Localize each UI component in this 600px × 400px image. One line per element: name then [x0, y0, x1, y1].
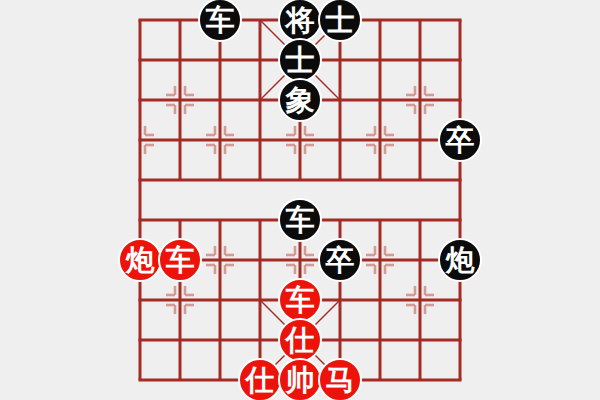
black-advisor[interactable]: 士	[278, 38, 322, 82]
red-horse[interactable]: 马	[318, 358, 362, 400]
black-chariot[interactable]: 车	[278, 198, 322, 242]
red-general[interactable]: 帅	[278, 358, 322, 400]
xiangqi-screenshot: 车将士士象卒车卒炮炮车车仕仕帅马	[0, 0, 600, 400]
black-elephant[interactable]: 象	[278, 78, 322, 122]
red-advisor[interactable]: 仕	[278, 318, 322, 362]
red-cannon[interactable]: 炮	[118, 238, 162, 282]
black-advisor[interactable]: 士	[318, 0, 362, 42]
black-soldier[interactable]: 卒	[318, 238, 362, 282]
black-general[interactable]: 将	[278, 0, 322, 42]
black-cannon[interactable]: 炮	[438, 238, 482, 282]
red-advisor[interactable]: 仕	[238, 358, 282, 400]
black-chariot[interactable]: 车	[198, 0, 242, 42]
xiangqi-board[interactable]: 车将士士象卒车卒炮炮车车仕仕帅马	[120, 0, 480, 400]
black-soldier[interactable]: 卒	[438, 118, 482, 162]
red-chariot[interactable]: 车	[158, 238, 202, 282]
red-chariot[interactable]: 车	[278, 278, 322, 322]
